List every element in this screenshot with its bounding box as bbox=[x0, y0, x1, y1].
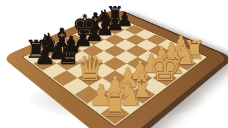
chess-piece-black-pawn-a7[interactable]: ♟ bbox=[34, 45, 56, 69]
chess-piece-white-rook-a1[interactable]: ♜ bbox=[101, 89, 130, 121]
screenshot-root: ♜♞♝♚♝♞♜♟♟♟♟♟♟♟♟♛♛♟♟♟♟♟♟♟♟♜♞♝♚♝♞♜ bbox=[0, 0, 228, 128]
